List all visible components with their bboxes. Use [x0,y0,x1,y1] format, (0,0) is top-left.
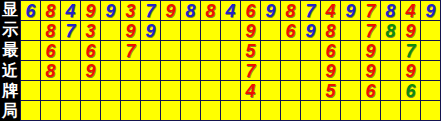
grid-cell [81,81,101,101]
grid-cell [201,81,221,101]
grid-cell [161,81,181,101]
grid-cell [141,101,161,121]
grid-cell [41,81,61,101]
grid-cell [221,41,241,61]
grid-cell: 4 [61,1,81,21]
grid-cell: 9 [301,21,321,41]
grid-cell [141,41,161,61]
grid-cell: 4 [221,1,241,21]
grid-cell: 6 [21,1,41,21]
grid-cell [341,61,361,81]
grid-cell: 4 [321,1,341,21]
grid-cell [421,101,441,121]
grid-cell [301,41,321,61]
grid-cell [161,61,181,81]
grid-cell: 9 [241,21,261,41]
grid-cell [141,61,161,81]
grid-cell: 8 [381,1,401,21]
grid-cell [381,101,401,121]
grid-cell: 9 [361,41,381,61]
grid-cell [221,101,241,121]
grid-cell: 8 [201,1,221,21]
grid-cell: 9 [81,61,101,81]
grid-cell [281,61,301,81]
grid-cell [201,61,221,81]
grid-cell: 7 [61,21,81,41]
grid-cell [261,81,281,101]
grid-cell [261,61,281,81]
grid-cell [381,81,401,101]
grid-cell: 7 [301,1,321,21]
grid-cell: 4 [241,81,261,101]
grid-cell: 8 [281,1,301,21]
grid-cell [121,81,141,101]
grid-cell [401,101,421,121]
grid-cell [21,61,41,81]
grid-cell [301,101,321,121]
grid-cell [221,61,241,81]
grid-cell: 8 [41,21,61,41]
grid-cell [361,101,381,121]
grid-cell [261,101,281,121]
grid-cell: 6 [321,41,341,61]
grid-cell [61,101,81,121]
grid-cell: 7 [361,1,381,21]
grid-cell [261,21,281,41]
grid-cell: 8 [181,1,201,21]
grid-cell [101,41,121,61]
recent-games-board: 显示最近牌局 684993798846987497849873999698789… [0,0,441,121]
number-grid: 6849937988469874978498739996987896675697… [20,0,441,121]
grid-cell [21,41,41,61]
board-title-char: 示 [0,20,20,40]
grid-cell [181,101,201,121]
grid-cell: 6 [241,1,261,21]
grid-cell [301,61,321,81]
grid-cell: 5 [321,81,341,101]
grid-cell: 9 [361,61,381,81]
grid-cell: 9 [401,61,421,81]
grid-cell [321,101,341,121]
grid-cell [181,21,201,41]
grid-cell: 5 [241,41,261,61]
grid-cell [181,41,201,61]
grid-cell [381,61,401,81]
grid-cell: 7 [241,61,261,81]
grid-cell [341,41,361,61]
grid-cell [201,21,221,41]
grid-cell: 7 [141,1,161,21]
grid-cell [101,101,121,121]
grid-cell [21,21,41,41]
grid-cell [161,41,181,61]
grid-cell: 6 [41,41,61,61]
grid-cell [101,81,121,101]
grid-cell: 4 [401,1,421,21]
grid-cell: 7 [121,41,141,61]
grid-cell: 9 [121,21,141,41]
grid-cell [161,101,181,121]
board-title-vertical: 显示最近牌局 [0,0,20,121]
grid-cell: 8 [41,1,61,21]
grid-cell [41,101,61,121]
board-title-char: 最 [0,40,20,60]
grid-cell [221,21,241,41]
grid-cell: 7 [401,41,421,61]
grid-cell [421,41,441,61]
grid-cell [121,101,141,121]
grid-cell [81,101,101,121]
grid-cell [421,21,441,41]
grid-cell [101,21,121,41]
board-title-char: 局 [0,101,20,121]
grid-cell [421,61,441,81]
grid-cell: 6 [281,21,301,41]
grid-cell [121,61,141,81]
grid-cell [181,81,201,101]
grid-cell: 9 [81,1,101,21]
grid-cell: 9 [321,61,341,81]
grid-cell [101,61,121,81]
grid-cell [181,61,201,81]
grid-cell [141,81,161,101]
grid-cell: 9 [421,1,441,21]
grid-cell [281,81,301,101]
grid-cell [341,21,361,41]
board-title-char: 显 [0,0,20,20]
grid-cell [341,81,361,101]
grid-cell [281,101,301,121]
grid-cell: 9 [341,1,361,21]
grid-cell [21,101,41,121]
grid-cell: 9 [261,1,281,21]
grid-cell [61,61,81,81]
grid-cell: 9 [161,1,181,21]
grid-cell [381,41,401,61]
grid-cell: 6 [81,41,101,61]
grid-cell: 3 [121,1,141,21]
grid-cell [61,41,81,61]
board-title-char: 牌 [0,81,20,101]
grid-cell [61,81,81,101]
grid-cell: 9 [141,21,161,41]
grid-cell [261,41,281,61]
grid-cell [341,101,361,121]
grid-cell: 7 [361,21,381,41]
board-title-char: 近 [0,61,20,81]
grid-cell [281,41,301,61]
grid-cell [421,81,441,101]
grid-cell [201,41,221,61]
grid-cell: 6 [361,81,381,101]
grid-cell: 9 [101,1,121,21]
grid-cell [201,101,221,121]
grid-cell [241,101,261,121]
grid-cell: 6 [401,81,421,101]
grid-cell: 3 [81,21,101,41]
grid-cell [221,81,241,101]
grid-cell: 9 [401,21,421,41]
grid-cell: 8 [321,21,341,41]
grid-cell [21,81,41,101]
grid-cell [161,21,181,41]
grid-cell: 8 [41,61,61,81]
grid-cell [301,81,321,101]
grid-cell: 8 [381,21,401,41]
